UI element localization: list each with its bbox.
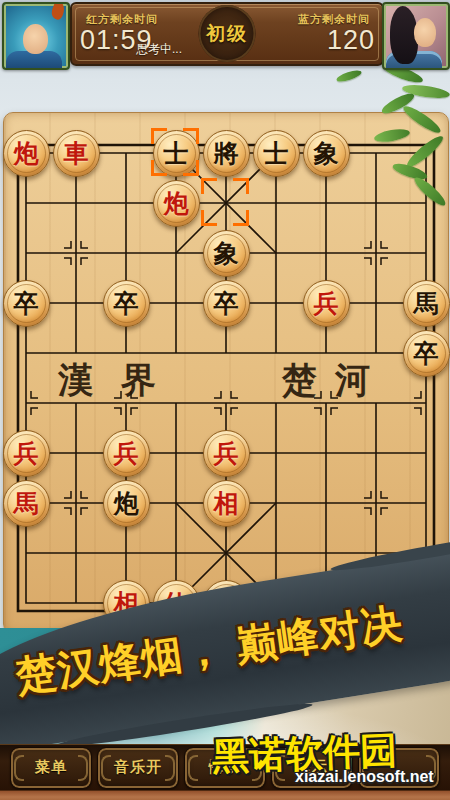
top-bar: 红方剩余时间 01:59 思考中... 蓝方剩余时间 120 初级 bbox=[0, 0, 450, 70]
piece-red-車[interactable]: 車 bbox=[53, 130, 100, 177]
piece-red-兵[interactable]: 兵 bbox=[3, 430, 50, 477]
piece-black-象[interactable]: 象 bbox=[203, 230, 250, 277]
blue-avatar-face bbox=[414, 18, 436, 47]
piece-red-馬[interactable]: 馬 bbox=[3, 480, 50, 527]
piece-black-馬[interactable]: 馬 bbox=[403, 280, 450, 327]
piece-black-炮[interactable]: 炮 bbox=[103, 480, 150, 527]
difficulty-badge-label: 初级 bbox=[206, 21, 248, 47]
piece-black-士[interactable]: 士 bbox=[253, 130, 300, 177]
red-player-avatar[interactable] bbox=[2, 2, 70, 70]
difficulty-badge: 初级 bbox=[199, 5, 256, 62]
menu-button[interactable]: 菜单 bbox=[10, 747, 92, 789]
timer-panel: 红方剩余时间 01:59 思考中... 蓝方剩余时间 120 初级 bbox=[70, 2, 384, 66]
watermark-site-url: xiazai.lenosoft.net bbox=[295, 768, 434, 786]
blue-player-avatar[interactable] bbox=[382, 2, 450, 70]
piece-red-炮[interactable]: 炮 bbox=[3, 130, 50, 177]
red-avatar-hair bbox=[10, 4, 62, 39]
piece-black-卒[interactable]: 卒 bbox=[103, 280, 150, 327]
piece-black-象[interactable]: 象 bbox=[303, 130, 350, 177]
piece-black-卒[interactable]: 卒 bbox=[403, 330, 450, 377]
music-toggle-button[interactable]: 音乐开 bbox=[97, 747, 179, 789]
piece-red-兵[interactable]: 兵 bbox=[303, 280, 350, 327]
piece-black-卒[interactable]: 卒 bbox=[3, 280, 50, 327]
piece-black-將[interactable]: 將 bbox=[203, 130, 250, 177]
blue-time-value: 120 bbox=[327, 25, 375, 56]
piece-red-兵[interactable]: 兵 bbox=[203, 430, 250, 477]
toolbar-floor-strip bbox=[0, 790, 450, 800]
piece-black-士[interactable]: 士 bbox=[153, 130, 200, 177]
piece-black-卒[interactable]: 卒 bbox=[203, 280, 250, 327]
river-text-left: 漢界 bbox=[58, 357, 184, 404]
river-text-right: 楚河 bbox=[282, 357, 388, 404]
thinking-status: 思考中... bbox=[136, 41, 182, 58]
piece-red-兵[interactable]: 兵 bbox=[103, 430, 150, 477]
piece-red-炮[interactable]: 炮 bbox=[153, 180, 200, 227]
piece-red-相[interactable]: 相 bbox=[203, 480, 250, 527]
